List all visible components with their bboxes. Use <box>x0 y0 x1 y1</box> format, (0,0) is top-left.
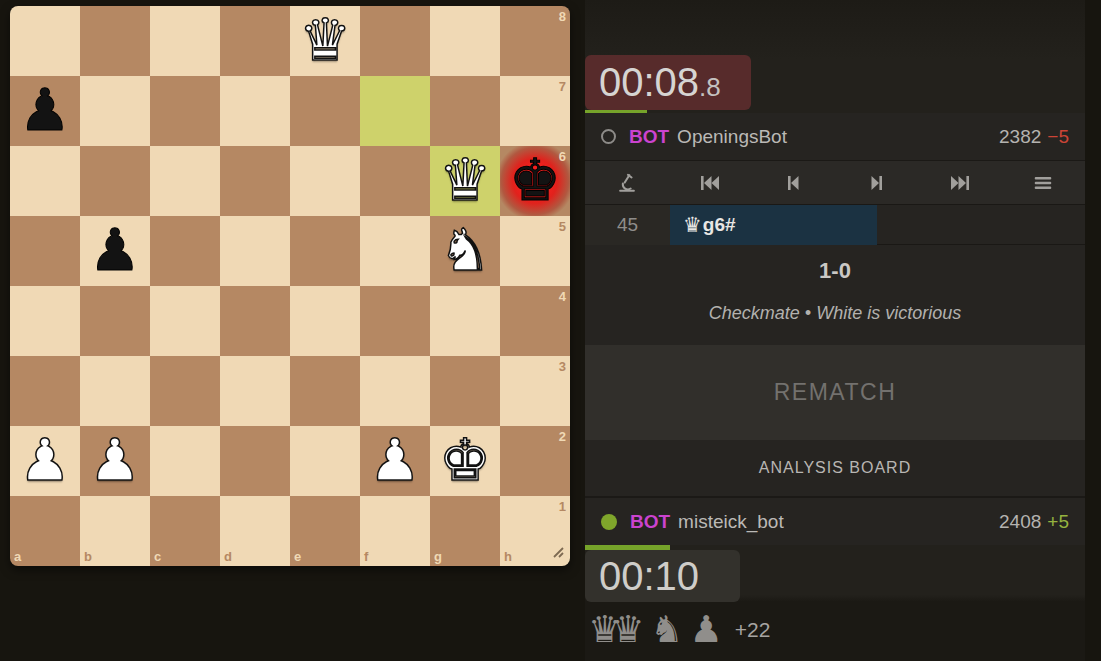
square-h7[interactable]: 7 <box>500 76 570 146</box>
square-c8[interactable] <box>150 6 220 76</box>
rank-label-6: 6 <box>559 149 566 164</box>
square-h3[interactable]: 3 <box>500 356 570 426</box>
white-queen: ♛ <box>290 6 360 76</box>
square-d7[interactable] <box>220 76 290 146</box>
white-queen: ♛ <box>430 146 500 216</box>
black-player-clock: 00:08.8 <box>585 55 751 110</box>
board-resize-handle[interactable] <box>549 543 565 559</box>
square-c1[interactable]: c <box>150 496 220 566</box>
square-e5[interactable] <box>290 216 360 286</box>
next-move-button[interactable] <box>835 161 918 204</box>
square-b5[interactable]: ♟ <box>80 216 150 286</box>
square-e4[interactable] <box>290 286 360 356</box>
square-g1[interactable]: g <box>430 496 500 566</box>
white-king: ♚ <box>430 426 500 496</box>
rank-label-3: 3 <box>559 359 566 374</box>
square-a2[interactable]: ♟ <box>10 426 80 496</box>
rank-label-8: 8 <box>559 9 566 24</box>
square-b7[interactable] <box>80 76 150 146</box>
square-h4[interactable]: 4 <box>500 286 570 356</box>
square-c6[interactable] <box>150 146 220 216</box>
square-d6[interactable] <box>220 146 290 216</box>
analysis-button[interactable] <box>585 161 668 204</box>
square-g3[interactable] <box>430 356 500 426</box>
square-b6[interactable] <box>80 146 150 216</box>
step-forward-icon <box>865 171 889 195</box>
result-status-text: Checkmate • White is victorious <box>585 303 1085 324</box>
captured-pieces-tray: ♛♛♞♟+22 <box>588 606 1078 654</box>
clock-tenths: .8 <box>699 72 721 103</box>
step-back-icon <box>781 171 805 195</box>
square-f8[interactable] <box>360 6 430 76</box>
move-list: 45 ♛g6# <box>585 205 1085 245</box>
square-g2[interactable]: ♚ <box>430 426 500 496</box>
square-c2[interactable] <box>150 426 220 496</box>
square-c5[interactable] <box>150 216 220 286</box>
square-a7[interactable]: ♟ <box>10 76 80 146</box>
square-h5[interactable]: 5 <box>500 216 570 286</box>
file-label-e: e <box>294 549 301 564</box>
player-rating: 2408 <box>999 511 1041 533</box>
square-d5[interactable] <box>220 216 290 286</box>
rating-diff: +5 <box>1047 511 1069 533</box>
queen-figurine-icon: ♛ <box>683 213 702 237</box>
first-move-button[interactable] <box>668 161 751 204</box>
square-e7[interactable] <box>290 76 360 146</box>
square-g6[interactable]: ♛ <box>430 146 500 216</box>
player-name-link[interactable]: OpeningsBot <box>677 126 787 148</box>
rank-label-5: 5 <box>559 219 566 234</box>
square-f2[interactable]: ♟ <box>360 426 430 496</box>
square-g4[interactable] <box>430 286 500 356</box>
square-g7[interactable] <box>430 76 500 146</box>
black-pawn: ♟ <box>80 216 150 286</box>
square-g8[interactable] <box>430 6 500 76</box>
white-pawn: ♟ <box>360 426 430 496</box>
white-pawn: ♟ <box>80 426 150 496</box>
square-d3[interactable] <box>220 356 290 426</box>
square-e1[interactable]: e <box>290 496 360 566</box>
hamburger-menu-icon <box>1032 172 1054 194</box>
analysis-board-button[interactable]: ANALYSIS BOARD <box>585 440 1085 497</box>
white-pawn: ♟ <box>10 426 80 496</box>
square-h8[interactable]: 8 <box>500 6 570 76</box>
captured-queen-icon: ♛ <box>611 608 644 652</box>
captured-pawn-icon: ♟ <box>690 608 723 652</box>
white-knight: ♞ <box>430 216 500 286</box>
replay-controls <box>585 161 1085 205</box>
move-san-current[interactable]: ♛g6# <box>670 205 877 245</box>
file-label-h: h <box>504 549 512 564</box>
file-label-c: c <box>154 549 161 564</box>
online-status-icon <box>601 514 617 530</box>
square-a8[interactable] <box>10 6 80 76</box>
skip-first-icon <box>698 171 722 195</box>
square-d1[interactable]: d <box>220 496 290 566</box>
bot-title-badge: BOT <box>629 126 669 148</box>
last-move-button[interactable] <box>918 161 1001 204</box>
square-e3[interactable] <box>290 356 360 426</box>
white-player-clock: 00:10 <box>585 550 740 602</box>
square-f1[interactable]: f <box>360 496 430 566</box>
file-label-g: g <box>434 549 442 564</box>
rank-label-4: 4 <box>559 289 566 304</box>
bot-title-badge: BOT <box>630 511 670 533</box>
file-label-f: f <box>364 549 368 564</box>
top-player-row: BOT OpeningsBot 2382 −5 <box>585 113 1085 161</box>
square-b2[interactable]: ♟ <box>80 426 150 496</box>
move-number: 45 <box>585 205 670 245</box>
square-c7[interactable] <box>150 76 220 146</box>
square-b4[interactable] <box>80 286 150 356</box>
rank-label-7: 7 <box>559 79 566 94</box>
square-h2[interactable]: 2 <box>500 426 570 496</box>
square-f6[interactable] <box>360 146 430 216</box>
menu-button[interactable] <box>1002 161 1085 204</box>
skip-last-icon <box>948 171 972 195</box>
square-d2[interactable] <box>220 426 290 496</box>
square-e2[interactable] <box>290 426 360 496</box>
player-rating: 2382 <box>999 126 1041 148</box>
square-f3[interactable] <box>360 356 430 426</box>
square-h6[interactable]: ♚6 <box>500 146 570 216</box>
square-a1[interactable]: a <box>10 496 80 566</box>
captured-knight-icon: ♞ <box>650 608 683 652</box>
file-label-b: b <box>84 549 92 564</box>
square-c4[interactable] <box>150 286 220 356</box>
square-g5[interactable]: ♞ <box>430 216 500 286</box>
rematch-button[interactable]: REMATCH <box>585 345 1085 440</box>
rank-label-1: 1 <box>559 499 566 514</box>
black-pawn: ♟ <box>10 76 80 146</box>
result-score: 1-0 <box>585 258 1085 284</box>
square-a5[interactable] <box>10 216 80 286</box>
square-f5[interactable] <box>360 216 430 286</box>
square-e8[interactable]: ♛ <box>290 6 360 76</box>
offline-status-icon <box>601 129 616 144</box>
material-advantage: +22 <box>735 618 771 642</box>
square-f4[interactable] <box>360 286 430 356</box>
move-san-text: g6# <box>703 214 736 236</box>
rank-label-2: 2 <box>559 429 566 444</box>
square-e6[interactable] <box>290 146 360 216</box>
rating-diff: −5 <box>1047 126 1069 148</box>
clock-time: 00:08 <box>599 60 699 105</box>
microscope-icon <box>616 172 638 194</box>
player-name-link[interactable]: misteick_bot <box>678 511 784 533</box>
square-a4[interactable] <box>10 286 80 356</box>
game-result: 1-0 Checkmate • White is victorious <box>585 245 1085 345</box>
square-f7[interactable] <box>360 76 430 146</box>
square-c3[interactable] <box>150 356 220 426</box>
square-b3[interactable] <box>80 356 150 426</box>
square-d8[interactable] <box>220 6 290 76</box>
square-a6[interactable] <box>10 146 80 216</box>
chess-board[interactable]: ♛8♟7♛♚6♟♞543♟♟♟♚2abcdefg1h <box>10 6 570 566</box>
square-a3[interactable] <box>10 356 80 426</box>
square-b8[interactable] <box>80 6 150 76</box>
file-label-d: d <box>224 549 232 564</box>
clock-time: 00:10 <box>599 554 699 599</box>
file-label-a: a <box>14 549 21 564</box>
square-b1[interactable]: b <box>80 496 150 566</box>
previous-move-button[interactable] <box>752 161 835 204</box>
square-d4[interactable] <box>220 286 290 356</box>
bottom-player-row: BOT misteick_bot 2408 +5 <box>585 497 1085 545</box>
game-screen: ♛8♟7♛♚6♟♞543♟♟♟♚2abcdefg1h 00:08.8 BOT O… <box>0 0 1101 661</box>
